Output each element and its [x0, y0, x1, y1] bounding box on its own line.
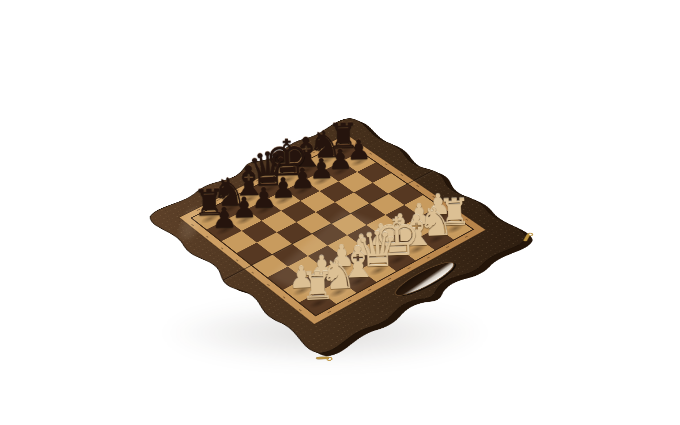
product-photo: ♜♞♝♛♚♝♞♜♟♟♟♟♟♟♟♟♟♟♟♟♟♟♟♟♜♞♝♛♚♝♞♜ — [0, 0, 680, 425]
pieces-layer: ♜♞♝♛♚♝♞♜♟♟♟♟♟♟♟♟♟♟♟♟♟♟♟♟♜♞♝♛♚♝♞♜ — [133, 108, 544, 366]
chess-case: ♜♞♝♛♚♝♞♜♟♟♟♟♟♟♟♟♟♟♟♟♟♟♟♟♜♞♝♛♚♝♞♜ — [133, 108, 544, 366]
pawn-glyph: ♟ — [183, 202, 265, 233]
scene: ♜♞♝♛♚♝♞♜♟♟♟♟♟♟♟♟♟♟♟♟♟♟♟♟♜♞♝♛♚♝♞♜ — [0, 0, 680, 425]
rook-glyph: ♜ — [274, 266, 360, 307]
